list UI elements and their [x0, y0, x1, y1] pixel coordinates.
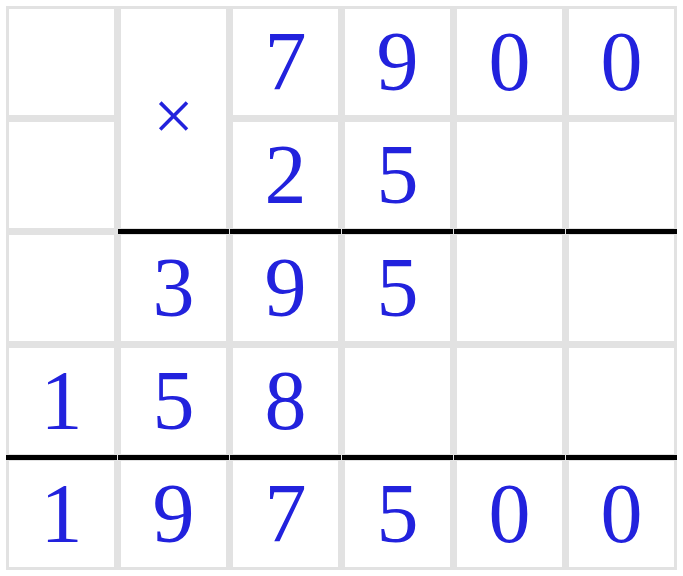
empty-cell-r2c1: [9, 122, 114, 228]
digit-cell-r2c4: 5: [345, 122, 450, 228]
empty-cell-r4c5: [457, 348, 562, 454]
digit-cell-r5c6: 0: [569, 461, 674, 567]
worksheet-page: ×790025395158197500: [0, 0, 683, 576]
empty-cell-r3c5: [457, 235, 562, 341]
empty-cell-r4c6: [569, 348, 674, 454]
digit-cell-r3c2: 3: [121, 235, 226, 341]
multiplication-grid: ×790025395158197500: [6, 6, 677, 570]
empty-cell-r2c5: [457, 122, 562, 228]
multiplication-sign-cell: ×: [121, 9, 226, 228]
digit-cell-r2c3: 2: [233, 122, 338, 228]
digit-cell-r1c4: 9: [345, 9, 450, 115]
digit-cell-r1c5: 0: [457, 9, 562, 115]
digit-cell-r5c2: 9: [121, 461, 226, 567]
empty-cell-r3c1: [9, 235, 114, 341]
digit-cell-r4c3: 8: [233, 348, 338, 454]
digit-cell-r3c3: 9: [233, 235, 338, 341]
digit-cell-r5c4: 5: [345, 461, 450, 567]
digit-cell-r1c3: 7: [233, 9, 338, 115]
empty-cell-r3c6: [569, 235, 674, 341]
digit-cell-r3c4: 5: [345, 235, 450, 341]
digit-cell-r4c1: 1: [9, 348, 114, 454]
empty-cell-r4c4: [345, 348, 450, 454]
digit-cell-r1c6: 0: [569, 9, 674, 115]
digit-cell-r5c3: 7: [233, 461, 338, 567]
empty-cell-r1c1: [9, 9, 114, 115]
empty-cell-r2c6: [569, 122, 674, 228]
digit-cell-r5c1: 1: [9, 461, 114, 567]
digit-cell-r5c5: 0: [457, 461, 562, 567]
digit-cell-r4c2: 5: [121, 348, 226, 454]
